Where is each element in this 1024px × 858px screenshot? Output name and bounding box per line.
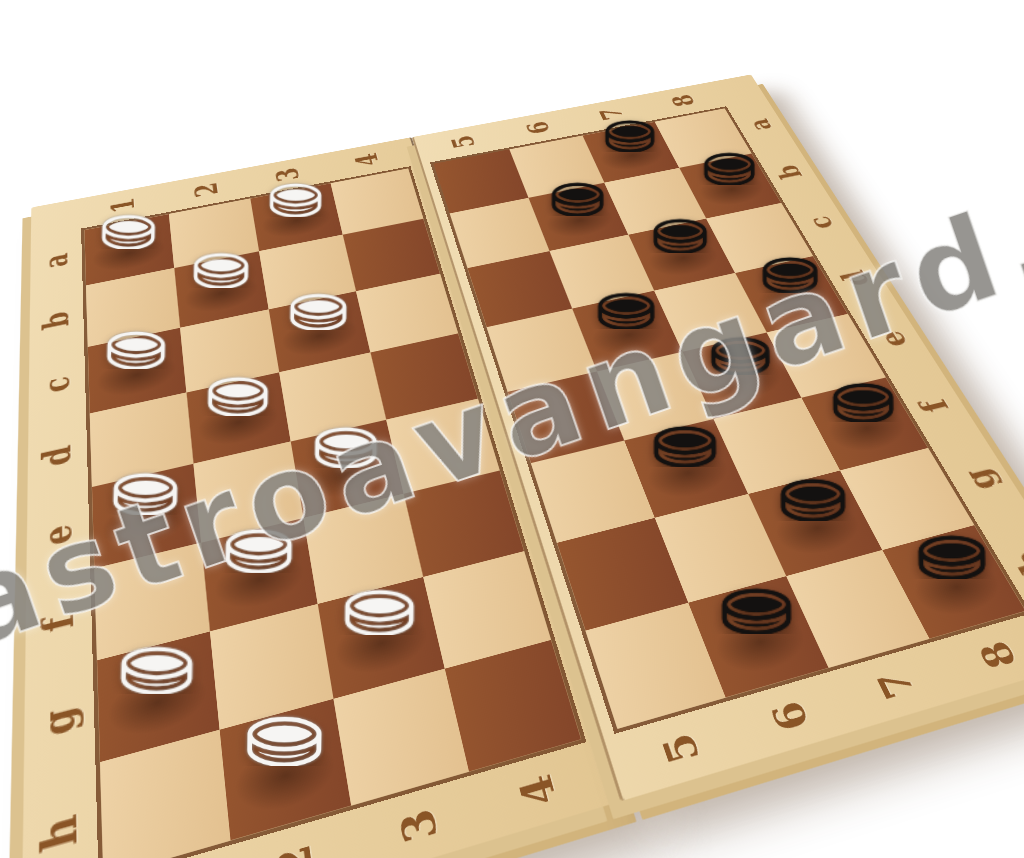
white-checker-h2: ⛂ — [242, 692, 326, 784]
white-checker-a3: ⛂ — [267, 166, 325, 228]
white-checker-c3: ⛂ — [287, 275, 350, 343]
black-checker-b6: ⛂ — [549, 165, 606, 227]
white-checker-a1: ⛂ — [99, 197, 159, 260]
black-checker-c7: ⛂ — [651, 201, 710, 265]
black-checker-b8: ⛂ — [701, 136, 757, 196]
product-photo-scene: 1234 abcdefgh ⛂⛂⛂⛂⛂⛂⛂⛂⛂⛂⛂⛂ 1234 5678 ⛂⛂⛂… — [0, 0, 1024, 858]
black-checker-g7: ⛂ — [778, 457, 850, 535]
white-checker-d2: ⛂ — [204, 357, 272, 429]
black-checker-h8: ⛂ — [914, 513, 989, 594]
coord-label-b: b — [744, 151, 835, 194]
white-checker-b2: ⛂ — [190, 235, 252, 300]
coord-label-5: 5 — [631, 687, 734, 814]
black-checker-a7: ⛂ — [603, 104, 657, 162]
black-checker-h6: ⛂ — [718, 566, 795, 650]
white-checker-g1: ⛂ — [117, 622, 198, 710]
coord-label-6: 6 — [739, 657, 845, 779]
white-checker-g3: ⛂ — [341, 566, 418, 650]
white-checker-c1: ⛂ — [104, 312, 170, 382]
